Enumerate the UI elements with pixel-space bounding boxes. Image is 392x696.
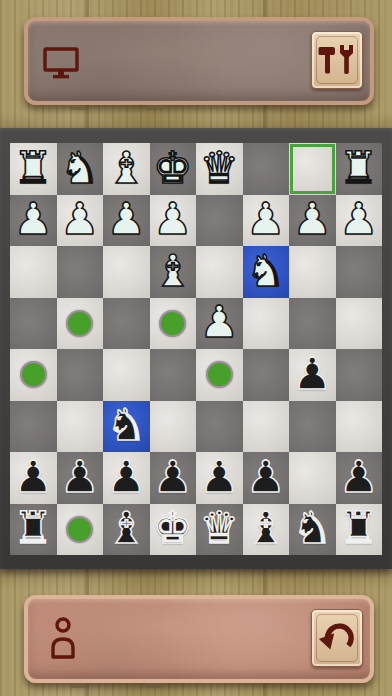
square-c8[interactable]: ♝ <box>243 504 290 556</box>
square-f2[interactable]: ♟ <box>103 195 150 247</box>
undo-button[interactable] <box>311 609 363 667</box>
square-g1[interactable]: ♞ <box>57 143 104 195</box>
square-f5[interactable] <box>103 349 150 401</box>
piece-black-P[interactable]: ♟ <box>14 455 53 501</box>
square-e5[interactable] <box>150 349 197 401</box>
undo-arrow-icon <box>318 619 356 657</box>
piece-white-B[interactable]: ♝ <box>153 249 192 295</box>
legal-move-dot <box>159 310 186 337</box>
piece-white-B[interactable]: ♝ <box>107 146 146 192</box>
square-c1[interactable] <box>243 143 290 195</box>
square-d1[interactable]: ♛ <box>196 143 243 195</box>
square-e2[interactable]: ♟ <box>150 195 197 247</box>
square-e6[interactable] <box>150 401 197 453</box>
square-c3[interactable]: ♞ <box>243 246 290 298</box>
square-h1[interactable]: ♜ <box>10 143 57 195</box>
piece-black-N[interactable]: ♞ <box>107 403 146 449</box>
square-a4[interactable] <box>336 298 383 350</box>
square-g5[interactable] <box>57 349 104 401</box>
legal-move-dot <box>206 361 233 388</box>
piece-white-P[interactable]: ♟ <box>153 197 192 243</box>
piece-white-Q[interactable]: ♛ <box>200 146 239 192</box>
piece-black-Q[interactable]: ♛ <box>200 506 239 552</box>
piece-white-K[interactable]: ♚ <box>153 146 192 192</box>
piece-black-P[interactable]: ♟ <box>200 455 239 501</box>
piece-white-P[interactable]: ♟ <box>14 197 53 243</box>
piece-black-B[interactable]: ♝ <box>246 506 285 552</box>
square-d2[interactable] <box>196 195 243 247</box>
square-f1[interactable]: ♝ <box>103 143 150 195</box>
square-a5[interactable] <box>336 349 383 401</box>
square-g7[interactable]: ♟ <box>57 452 104 504</box>
square-b8[interactable]: ♞ <box>289 504 336 556</box>
panel-foot <box>70 683 87 688</box>
square-a1[interactable]: ♜ <box>336 143 383 195</box>
square-e8[interactable]: ♚ <box>150 504 197 556</box>
piece-white-P[interactable]: ♟ <box>246 197 285 243</box>
piece-white-R[interactable]: ♜ <box>14 146 53 192</box>
piece-black-P[interactable]: ♟ <box>60 455 99 501</box>
square-c7[interactable]: ♟ <box>243 452 290 504</box>
square-d6[interactable] <box>196 401 243 453</box>
square-a2[interactable]: ♟ <box>336 195 383 247</box>
legal-move-dot <box>66 310 93 337</box>
computer-monitor-icon <box>42 46 80 82</box>
piece-black-N[interactable]: ♞ <box>293 506 332 552</box>
square-d7[interactable]: ♟ <box>196 452 243 504</box>
square-b5[interactable]: ♟ <box>289 349 336 401</box>
square-c5[interactable] <box>243 349 290 401</box>
square-c6[interactable] <box>243 401 290 453</box>
board-frame: ♜♞♝♚♛♜♟♟♟♟♟♟♟♝♞♟♟♞♟♟♟♟♟♟♟♜♝♚♛♝♞♜ <box>0 128 392 569</box>
square-a8[interactable]: ♜ <box>336 504 383 556</box>
piece-black-R[interactable]: ♜ <box>14 506 53 552</box>
square-c4[interactable] <box>243 298 290 350</box>
piece-black-R[interactable]: ♜ <box>339 506 378 552</box>
square-h4[interactable] <box>10 298 57 350</box>
settings-tools-button[interactable] <box>311 31 363 89</box>
piece-white-P[interactable]: ♟ <box>60 197 99 243</box>
square-b2[interactable]: ♟ <box>289 195 336 247</box>
piece-black-P[interactable]: ♟ <box>293 352 332 398</box>
square-g6[interactable] <box>57 401 104 453</box>
square-g4[interactable] <box>57 298 104 350</box>
square-d8[interactable]: ♛ <box>196 504 243 556</box>
square-b3[interactable] <box>289 246 336 298</box>
piece-white-N[interactable]: ♞ <box>60 146 99 192</box>
top-toolbar <box>24 17 374 105</box>
square-f3[interactable] <box>103 246 150 298</box>
square-h5[interactable] <box>10 349 57 401</box>
square-g2[interactable]: ♟ <box>57 195 104 247</box>
panel-foot <box>146 683 163 688</box>
square-h8[interactable]: ♜ <box>10 504 57 556</box>
bottom-toolbar <box>24 595 374 683</box>
square-e3[interactable]: ♝ <box>150 246 197 298</box>
player-icon <box>48 615 78 661</box>
piece-black-B[interactable]: ♝ <box>107 506 146 552</box>
square-a7[interactable]: ♟ <box>336 452 383 504</box>
square-e7[interactable]: ♟ <box>150 452 197 504</box>
square-c2[interactable]: ♟ <box>243 195 290 247</box>
piece-white-P[interactable]: ♟ <box>107 197 146 243</box>
square-d4[interactable]: ♟ <box>196 298 243 350</box>
legal-move-dot <box>20 361 47 388</box>
square-h7[interactable]: ♟ <box>10 452 57 504</box>
piece-white-N[interactable]: ♞ <box>246 249 285 295</box>
square-b6[interactable] <box>289 401 336 453</box>
square-f7[interactable]: ♟ <box>103 452 150 504</box>
piece-black-K[interactable]: ♚ <box>153 506 192 552</box>
piece-white-P[interactable]: ♟ <box>339 197 378 243</box>
square-d5[interactable] <box>196 349 243 401</box>
square-a6[interactable] <box>336 401 383 453</box>
chess-board: ♜♞♝♚♛♜♟♟♟♟♟♟♟♝♞♟♟♞♟♟♟♟♟♟♟♜♝♚♛♝♞♜ <box>10 143 382 555</box>
app-screen: ♜♞♝♚♛♜♟♟♟♟♟♟♟♝♞♟♟♞♟♟♟♟♟♟♟♜♝♚♛♝♞♜ <box>0 0 392 696</box>
legal-move-dot <box>66 516 93 543</box>
square-e1[interactable]: ♚ <box>150 143 197 195</box>
square-f8[interactable]: ♝ <box>103 504 150 556</box>
square-d3[interactable] <box>196 246 243 298</box>
square-f6[interactable]: ♞ <box>103 401 150 453</box>
square-f4[interactable] <box>103 298 150 350</box>
piece-black-P[interactable]: ♟ <box>153 455 192 501</box>
piece-white-P[interactable]: ♟ <box>200 300 239 346</box>
panel-foot <box>146 105 163 110</box>
square-h3[interactable] <box>10 246 57 298</box>
square-b1[interactable] <box>289 143 336 195</box>
piece-white-P[interactable]: ♟ <box>293 197 332 243</box>
piece-white-R[interactable]: ♜ <box>339 146 378 192</box>
square-g3[interactable] <box>57 246 104 298</box>
square-h2[interactable]: ♟ <box>10 195 57 247</box>
square-a3[interactable] <box>336 246 383 298</box>
square-e4[interactable] <box>150 298 197 350</box>
square-b7[interactable] <box>289 452 336 504</box>
panel-foot <box>70 105 87 110</box>
piece-black-P[interactable]: ♟ <box>107 455 146 501</box>
piece-black-P[interactable]: ♟ <box>246 455 285 501</box>
hammer-wrench-icon <box>317 42 357 78</box>
square-h6[interactable] <box>10 401 57 453</box>
square-b4[interactable] <box>289 298 336 350</box>
square-g8[interactable] <box>57 504 104 556</box>
piece-black-P[interactable]: ♟ <box>339 455 378 501</box>
